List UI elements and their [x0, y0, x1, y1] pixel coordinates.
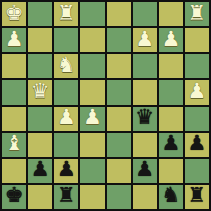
square-e7[interactable] — [80, 159, 104, 183]
square-d3[interactable] — [107, 54, 131, 78]
square-f2[interactable] — [54, 28, 78, 52]
square-g7[interactable]: ♟ — [28, 159, 52, 183]
white-knight: ♞ — [57, 55, 76, 76]
square-a3[interactable] — [185, 54, 209, 78]
white-pawn: ♟ — [83, 107, 102, 128]
square-f8[interactable]: ♜ — [54, 185, 78, 209]
square-h1[interactable]: ♚ — [2, 2, 26, 26]
square-d2[interactable] — [107, 28, 131, 52]
square-g3[interactable] — [28, 54, 52, 78]
square-a4[interactable]: ♟ — [185, 80, 209, 104]
black-queen: ♛ — [135, 107, 154, 128]
square-a6[interactable]: ♟ — [185, 133, 209, 157]
black-pawn: ♟ — [188, 133, 207, 154]
square-c2[interactable]: ♟ — [133, 28, 157, 52]
square-e6[interactable] — [80, 133, 104, 157]
square-g5[interactable] — [28, 107, 52, 131]
square-g1[interactable] — [28, 2, 52, 26]
square-h5[interactable] — [2, 107, 26, 131]
square-h2[interactable]: ♟ — [2, 28, 26, 52]
square-d6[interactable] — [107, 133, 131, 157]
white-king: ♚ — [5, 3, 24, 24]
square-h8[interactable]: ♚ — [2, 185, 26, 209]
square-c8[interactable] — [133, 185, 157, 209]
square-a8[interactable]: ♜ — [185, 185, 209, 209]
square-b5[interactable] — [159, 107, 183, 131]
black-rook: ♜ — [188, 185, 207, 206]
square-h6[interactable]: ♝ — [2, 133, 26, 157]
chess-board: ♚♜♜♟♟♟♞♛♟♟♟♛♝♟♟♟♟♟♚♜♞♜ — [0, 0, 211, 211]
black-pawn: ♟ — [135, 159, 154, 180]
square-d8[interactable] — [107, 185, 131, 209]
white-rook: ♜ — [57, 3, 76, 24]
black-knight: ♞ — [161, 185, 180, 206]
square-c5[interactable]: ♛ — [133, 107, 157, 131]
square-d7[interactable] — [107, 159, 131, 183]
square-e8[interactable] — [80, 185, 104, 209]
square-c4[interactable] — [133, 80, 157, 104]
white-pawn: ♟ — [5, 29, 24, 50]
square-b3[interactable] — [159, 54, 183, 78]
square-e3[interactable] — [80, 54, 104, 78]
square-c1[interactable] — [133, 2, 157, 26]
white-pawn: ♟ — [57, 107, 76, 128]
black-pawn: ♟ — [57, 159, 76, 180]
square-d4[interactable] — [107, 80, 131, 104]
square-g2[interactable] — [28, 28, 52, 52]
black-rook: ♜ — [57, 185, 76, 206]
square-b8[interactable]: ♞ — [159, 185, 183, 209]
white-queen: ♛ — [31, 81, 50, 102]
square-f7[interactable]: ♟ — [54, 159, 78, 183]
square-c7[interactable]: ♟ — [133, 159, 157, 183]
square-g6[interactable] — [28, 133, 52, 157]
square-b7[interactable] — [159, 159, 183, 183]
square-a7[interactable] — [185, 159, 209, 183]
square-c6[interactable] — [133, 133, 157, 157]
square-g4[interactable]: ♛ — [28, 80, 52, 104]
square-h4[interactable] — [2, 80, 26, 104]
square-e5[interactable]: ♟ — [80, 107, 104, 131]
square-e1[interactable] — [80, 2, 104, 26]
square-b2[interactable]: ♟ — [159, 28, 183, 52]
square-a2[interactable] — [185, 28, 209, 52]
square-e4[interactable] — [80, 80, 104, 104]
square-c3[interactable] — [133, 54, 157, 78]
square-e2[interactable] — [80, 28, 104, 52]
white-pawn: ♟ — [161, 29, 180, 50]
square-f3[interactable]: ♞ — [54, 54, 78, 78]
square-a1[interactable]: ♜ — [185, 2, 209, 26]
chess-app: ♚♜♜♟♟♟♞♛♟♟♟♛♝♟♟♟♟♟♚♜♞♜ — [0, 0, 211, 211]
black-pawn: ♟ — [161, 133, 180, 154]
square-h3[interactable] — [2, 54, 26, 78]
square-f6[interactable] — [54, 133, 78, 157]
square-g8[interactable] — [28, 185, 52, 209]
square-f1[interactable]: ♜ — [54, 2, 78, 26]
black-pawn: ♟ — [31, 159, 50, 180]
square-d5[interactable] — [107, 107, 131, 131]
square-a5[interactable] — [185, 107, 209, 131]
square-b4[interactable] — [159, 80, 183, 104]
white-pawn: ♟ — [135, 29, 154, 50]
white-rook: ♜ — [188, 3, 207, 24]
white-pawn: ♟ — [188, 81, 207, 102]
square-f5[interactable]: ♟ — [54, 107, 78, 131]
square-b1[interactable] — [159, 2, 183, 26]
square-h7[interactable] — [2, 159, 26, 183]
square-d1[interactable] — [107, 2, 131, 26]
square-f4[interactable] — [54, 80, 78, 104]
white-bishop: ♝ — [5, 133, 24, 154]
square-b6[interactable]: ♟ — [159, 133, 183, 157]
black-king: ♚ — [5, 185, 24, 206]
